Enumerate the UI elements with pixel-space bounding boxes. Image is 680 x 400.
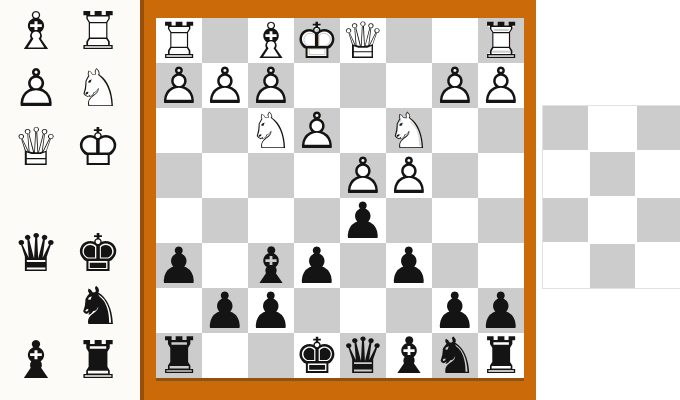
black-pawn-piece: ♟ <box>386 243 432 288</box>
white-pawn-piece: ♟♙ <box>432 63 478 108</box>
palette-slot: ♞♘ <box>67 59 129 117</box>
fragment-dark-square <box>637 198 680 242</box>
white-pawn-piece: ♟♙ <box>294 108 340 153</box>
board-square[interactable] <box>156 108 202 153</box>
fragment-light-square <box>543 152 588 196</box>
board-square[interactable]: ♟ <box>156 243 202 288</box>
board-square[interactable] <box>478 198 524 243</box>
board-square[interactable] <box>340 63 386 108</box>
white-piece-palette: ♝♗♜♖♟♙♞♘♛♕♚♔ <box>5 2 129 177</box>
palette-slot: ♚♔ <box>67 117 129 177</box>
white-queen-piece[interactable]: ♛♕ <box>5 121 67 174</box>
piece-outline-glyph: ♙ <box>387 151 432 201</box>
board-square[interactable]: ♚♔ <box>294 18 340 63</box>
fragment-dark-square <box>637 106 680 150</box>
piece-glyph: ♛ <box>13 227 60 279</box>
piece-outline-glyph: ♘ <box>75 62 122 114</box>
board-square[interactable]: ♟ <box>294 243 340 288</box>
piece-outline-glyph: ♙ <box>295 106 340 156</box>
palette-slot: ♚ <box>67 226 129 279</box>
board-square[interactable]: ♟ <box>202 288 248 333</box>
piece-glyph: ♛ <box>341 331 386 381</box>
black-bishop-piece: ♝ <box>386 333 432 378</box>
board-square[interactable]: ♟♙ <box>386 153 432 198</box>
black-rook-piece[interactable]: ♜ <box>67 333 129 386</box>
black-king-piece: ♚ <box>294 333 340 378</box>
piece-outline-glyph: ♙ <box>203 61 248 111</box>
board-square[interactable]: ♝ <box>386 333 432 378</box>
black-rook-piece: ♜ <box>156 333 202 378</box>
palette-slot: ♜ <box>67 332 129 387</box>
piece-outline-glyph: ♔ <box>295 16 340 66</box>
piece-glyph: ♝ <box>13 334 60 386</box>
black-pawn-piece: ♟ <box>340 198 386 243</box>
black-piece-palette: ♛♚♞♝♜ <box>5 226 129 387</box>
board-square[interactable] <box>202 198 248 243</box>
board-square[interactable]: ♛ <box>340 333 386 378</box>
board-square[interactable]: ♟ <box>386 243 432 288</box>
white-king-piece: ♚♔ <box>294 18 340 63</box>
board-square[interactable]: ♟♙ <box>294 108 340 153</box>
white-knight-piece[interactable]: ♞♘ <box>67 62 129 115</box>
fragment-dark-square <box>543 198 588 242</box>
white-pawn-piece[interactable]: ♟♙ <box>5 62 67 115</box>
black-knight-piece: ♞ <box>432 333 478 378</box>
black-king-piece[interactable]: ♚ <box>67 226 129 279</box>
white-pawn-piece: ♟♙ <box>202 63 248 108</box>
piece-outline-glyph: ♘ <box>249 106 294 156</box>
palette-slot: ♝♗ <box>5 2 67 59</box>
fragment-light-square <box>543 244 588 288</box>
piece-outline-glyph: ♖ <box>75 5 122 57</box>
board-square[interactable] <box>340 243 386 288</box>
board-square[interactable] <box>478 108 524 153</box>
palette-slot: ♝ <box>5 332 67 387</box>
fragment-light-square <box>590 198 635 242</box>
black-pawn-piece: ♟ <box>294 243 340 288</box>
fragment-dark-square <box>590 244 635 288</box>
piece-glyph: ♟ <box>157 241 202 291</box>
white-king-piece[interactable]: ♚♔ <box>67 121 129 174</box>
board-square[interactable] <box>248 153 294 198</box>
black-rook-piece: ♜ <box>478 333 524 378</box>
white-queen-piece: ♛♕ <box>340 18 386 63</box>
board-square[interactable] <box>248 333 294 378</box>
board-square[interactable]: ♟♙ <box>202 63 248 108</box>
board-square[interactable]: ♞♘ <box>248 108 294 153</box>
black-queen-piece: ♛ <box>340 333 386 378</box>
piece-glyph: ♜ <box>479 331 524 381</box>
chess-board: ♜♖♝♗♚♔♛♕♜♖♟♙♟♙♟♙♟♙♟♙♞♘♟♙♞♘♟♙♟♙♟♟♝♟♟♟♟♟♟♜… <box>156 18 524 378</box>
fragment-dark-square <box>543 106 588 150</box>
white-bishop-piece[interactable]: ♝♗ <box>5 4 67 57</box>
piece-glyph: ♝ <box>387 331 432 381</box>
board-square[interactable]: ♟♙ <box>478 63 524 108</box>
palette-empty-slot <box>5 279 67 332</box>
board-square[interactable] <box>202 153 248 198</box>
board-square[interactable]: ♟♙ <box>432 63 478 108</box>
piece-outline-glyph: ♙ <box>13 62 60 114</box>
board-square[interactable] <box>386 18 432 63</box>
white-rook-piece[interactable]: ♜♖ <box>67 4 129 57</box>
piece-glyph: ♜ <box>157 331 202 381</box>
fragment-light-square <box>637 244 680 288</box>
piece-glyph: ♜ <box>75 334 122 386</box>
black-bishop-piece[interactable]: ♝ <box>5 333 67 386</box>
piece-outline-glyph: ♙ <box>157 61 202 111</box>
piece-outline-glyph: ♕ <box>13 121 60 173</box>
black-pawn-piece: ♟ <box>156 243 202 288</box>
board-square[interactable]: ♚ <box>294 333 340 378</box>
piece-outline-glyph: ♔ <box>75 121 122 173</box>
board-square[interactable] <box>432 108 478 153</box>
piece-outline-glyph: ♙ <box>479 61 524 111</box>
board-square[interactable] <box>156 153 202 198</box>
board-fragment <box>542 105 680 289</box>
chess-board-frame: ♜♖♝♗♚♔♛♕♜♖♟♙♟♙♟♙♟♙♟♙♞♘♟♙♞♘♟♙♟♙♟♟♝♟♟♟♟♟♟♜… <box>140 0 536 400</box>
white-pawn-piece: ♟♙ <box>478 63 524 108</box>
white-knight-piece: ♞♘ <box>248 108 294 153</box>
piece-glyph: ♞ <box>75 280 122 332</box>
board-square[interactable] <box>432 198 478 243</box>
piece-glyph: ♚ <box>295 331 340 381</box>
piece-glyph: ♟ <box>295 241 340 291</box>
fragment-light-square <box>637 152 680 196</box>
fragment-light-square <box>590 106 635 150</box>
board-square[interactable] <box>478 153 524 198</box>
board-square[interactable] <box>202 108 248 153</box>
palette-slot: ♜♖ <box>67 2 129 59</box>
palette-slot: ♛ <box>5 226 67 279</box>
piece-glyph: ♟ <box>341 196 386 246</box>
palette-slot: ♞ <box>67 279 129 332</box>
white-pawn-piece: ♟♙ <box>156 63 202 108</box>
piece-outline-glyph: ♕ <box>341 16 386 66</box>
white-pawn-piece: ♟♙ <box>386 153 432 198</box>
black-knight-piece[interactable]: ♞ <box>67 279 129 332</box>
board-square[interactable]: ♟♙ <box>156 63 202 108</box>
piece-glyph: ♟ <box>249 286 294 336</box>
board-square[interactable]: ♛♕ <box>340 18 386 63</box>
piece-outline-glyph: ♙ <box>433 61 478 111</box>
palette-slot: ♟♙ <box>5 59 67 117</box>
piece-glyph: ♟ <box>387 241 432 291</box>
black-queen-piece[interactable]: ♛ <box>5 226 67 279</box>
board-square[interactable]: ♟ <box>340 198 386 243</box>
board-square[interactable]: ♜ <box>478 333 524 378</box>
palette-slot: ♛♕ <box>5 117 67 177</box>
board-square[interactable]: ♞ <box>432 333 478 378</box>
piece-glyph: ♟ <box>203 286 248 336</box>
board-square[interactable]: ♜ <box>156 333 202 378</box>
black-pawn-piece: ♟ <box>248 288 294 333</box>
piece-palette-panel: ♝♗♜♖♟♙♞♘♛♕♚♔ ♛♚♞♝♜ <box>0 0 140 400</box>
fragment-dark-square <box>590 152 635 196</box>
board-square[interactable]: ♟ <box>248 288 294 333</box>
chess-diagram: ♝♗♜♖♟♙♞♘♛♕♚♔ ♛♚♞♝♜ ♜♖♝♗♚♔♛♕♜♖♟♙♟♙♟♙♟♙♟♙♞… <box>0 0 680 400</box>
board-square[interactable] <box>294 153 340 198</box>
piece-outline-glyph: ♗ <box>13 5 60 57</box>
piece-glyph: ♚ <box>75 227 122 279</box>
board-square[interactable] <box>202 333 248 378</box>
piece-glyph: ♞ <box>433 331 478 381</box>
black-pawn-piece: ♟ <box>202 288 248 333</box>
board-square[interactable] <box>432 153 478 198</box>
